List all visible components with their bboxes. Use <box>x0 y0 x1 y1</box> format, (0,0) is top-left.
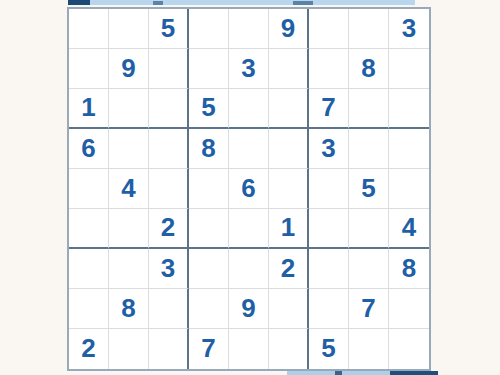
cell-r5c1[interactable] <box>69 169 109 209</box>
cell-r7c1[interactable] <box>69 249 109 289</box>
cell-r1c5[interactable] <box>229 9 269 49</box>
cell-r1c2[interactable] <box>109 9 149 49</box>
cell-r4c2[interactable] <box>109 129 149 169</box>
cell-r1c9[interactable]: 3 <box>389 9 429 49</box>
cell-r3c5[interactable] <box>229 89 269 129</box>
cell-r3c9[interactable] <box>389 89 429 129</box>
cell-r8c7[interactable] <box>309 289 349 329</box>
cell-r3c7[interactable]: 7 <box>309 89 349 129</box>
given-digit: 7 <box>361 295 375 321</box>
cell-r3c8[interactable] <box>349 89 389 129</box>
cell-r1c4[interactable] <box>189 9 229 49</box>
cell-r6c1[interactable] <box>69 209 109 249</box>
cell-r5c3[interactable] <box>149 169 189 209</box>
given-digit: 7 <box>201 335 215 361</box>
top-bar-dark-segment <box>68 0 90 5</box>
cell-r5c5[interactable]: 6 <box>229 169 269 209</box>
cell-r3c4[interactable]: 5 <box>189 89 229 129</box>
cell-r6c9[interactable]: 4 <box>389 209 429 249</box>
cell-r5c8[interactable]: 5 <box>349 169 389 209</box>
cell-r4c5[interactable] <box>229 129 269 169</box>
cell-r4c9[interactable] <box>389 129 429 169</box>
given-digit: 5 <box>201 94 215 120</box>
cell-r1c8[interactable] <box>349 9 389 49</box>
cell-r8c5[interactable]: 9 <box>229 289 269 329</box>
cell-r5c6[interactable] <box>269 169 309 209</box>
given-digit: 6 <box>241 175 255 201</box>
bottom-bar-tick <box>335 371 342 375</box>
top-bar-mark <box>153 1 163 5</box>
given-digit: 3 <box>402 15 416 41</box>
cell-r7c4[interactable] <box>189 249 229 289</box>
cell-r5c4[interactable] <box>189 169 229 209</box>
bottom-cropped-ui-bar-light <box>287 371 390 375</box>
cell-r6c4[interactable] <box>189 209 229 249</box>
cell-r3c6[interactable] <box>269 89 309 129</box>
cell-r8c8[interactable]: 7 <box>349 289 389 329</box>
cell-r8c9[interactable] <box>389 289 429 329</box>
cell-r1c1[interactable] <box>69 9 109 49</box>
given-digit: 7 <box>321 94 335 120</box>
cell-r4c1[interactable]: 6 <box>69 129 109 169</box>
given-digit: 5 <box>161 15 175 41</box>
cell-r6c5[interactable] <box>229 209 269 249</box>
given-digit: 8 <box>201 135 215 161</box>
cell-r1c7[interactable] <box>309 9 349 49</box>
cell-r5c2[interactable]: 4 <box>109 169 149 209</box>
given-digit: 3 <box>241 55 255 81</box>
cell-r8c1[interactable] <box>69 289 109 329</box>
given-digit: 2 <box>281 255 295 281</box>
cell-r2c6[interactable] <box>269 49 309 89</box>
cell-r8c6[interactable] <box>269 289 309 329</box>
cell-r6c2[interactable] <box>109 209 149 249</box>
cell-r9c2[interactable] <box>109 329 149 369</box>
cell-r8c4[interactable] <box>189 289 229 329</box>
cell-r4c4[interactable]: 8 <box>189 129 229 169</box>
cell-r7c6[interactable]: 2 <box>269 249 309 289</box>
cell-r7c3[interactable]: 3 <box>149 249 189 289</box>
cell-r2c5[interactable]: 3 <box>229 49 269 89</box>
given-digit: 6 <box>81 135 95 161</box>
cell-r9c5[interactable] <box>229 329 269 369</box>
cell-r2c3[interactable] <box>149 49 189 89</box>
cell-r4c6[interactable] <box>269 129 309 169</box>
cell-r1c6[interactable]: 9 <box>269 9 309 49</box>
given-digit: 8 <box>121 295 135 321</box>
cell-r4c8[interactable] <box>349 129 389 169</box>
cell-r8c3[interactable] <box>149 289 189 329</box>
cell-r3c3[interactable] <box>149 89 189 129</box>
cell-r9c4[interactable]: 7 <box>189 329 229 369</box>
cell-r7c2[interactable] <box>109 249 149 289</box>
given-digit: 9 <box>241 295 255 321</box>
cell-r7c9[interactable]: 8 <box>389 249 429 289</box>
cell-r3c1[interactable]: 1 <box>69 89 109 129</box>
cell-r6c7[interactable] <box>309 209 349 249</box>
cell-r9c8[interactable] <box>349 329 389 369</box>
cell-r7c5[interactable] <box>229 249 269 289</box>
cell-r2c9[interactable] <box>389 49 429 89</box>
cell-r2c8[interactable]: 8 <box>349 49 389 89</box>
given-digit: 4 <box>402 214 416 240</box>
given-digit: 2 <box>161 214 175 240</box>
cell-r6c3[interactable]: 2 <box>149 209 189 249</box>
cell-r6c6[interactable]: 1 <box>269 209 309 249</box>
cell-r2c1[interactable] <box>69 49 109 89</box>
given-digit: 3 <box>161 255 175 281</box>
cell-r5c7[interactable] <box>309 169 349 209</box>
cell-r2c4[interactable] <box>189 49 229 89</box>
top-bar-mark <box>293 1 313 5</box>
given-digit: 8 <box>361 55 375 81</box>
cell-r4c3[interactable] <box>149 129 189 169</box>
cell-r9c7[interactable]: 5 <box>309 329 349 369</box>
bottom-cropped-ui-bar-dark <box>390 371 438 375</box>
given-digit: 9 <box>121 55 135 81</box>
cell-r9c6[interactable] <box>269 329 309 369</box>
cell-r3c2[interactable] <box>109 89 149 129</box>
cell-r4c7[interactable]: 3 <box>309 129 349 169</box>
given-digit: 5 <box>361 175 375 201</box>
given-digit: 1 <box>281 214 295 240</box>
cell-r7c8[interactable] <box>349 249 389 289</box>
cell-r5c9[interactable] <box>389 169 429 209</box>
cell-r7c7[interactable] <box>309 249 349 289</box>
cell-r9c1[interactable]: 2 <box>69 329 109 369</box>
given-digit: 1 <box>81 94 95 120</box>
cell-r9c3[interactable] <box>149 329 189 369</box>
given-digit: 9 <box>281 15 295 41</box>
top-cropped-ui-bar <box>68 0 415 5</box>
sudoku-grid: 593938157683465214328897275 <box>67 7 431 371</box>
cell-r1c3[interactable]: 5 <box>149 9 189 49</box>
given-digit: 8 <box>402 255 416 281</box>
given-digit: 2 <box>81 335 95 361</box>
given-digit: 3 <box>321 135 335 161</box>
cell-r9c9[interactable] <box>389 329 429 369</box>
cell-r2c2[interactable]: 9 <box>109 49 149 89</box>
given-digit: 4 <box>121 175 135 201</box>
cell-r8c2[interactable]: 8 <box>109 289 149 329</box>
cell-r6c8[interactable] <box>349 209 389 249</box>
cell-r2c7[interactable] <box>309 49 349 89</box>
given-digit: 5 <box>321 335 335 361</box>
